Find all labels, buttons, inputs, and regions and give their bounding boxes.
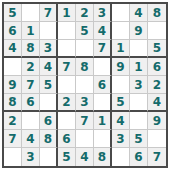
sudoku-cell-r8c1[interactable]: 7 bbox=[4, 130, 22, 148]
sudoku-cell-r3c6[interactable]: 7 bbox=[94, 40, 112, 58]
sudoku-cell-r1c8[interactable]: 4 bbox=[130, 4, 148, 22]
sudoku-cell-r2c8[interactable]: 9 bbox=[130, 22, 148, 40]
sudoku-cell-r7c1[interactable]: 2 bbox=[4, 112, 22, 130]
sudoku-cell-r1c1[interactable]: 5 bbox=[4, 4, 22, 22]
sudoku-cell-r5c8[interactable]: 3 bbox=[130, 76, 148, 94]
sudoku-cell-r7c2[interactable] bbox=[22, 112, 40, 130]
sudoku-cell-r2c3[interactable] bbox=[40, 22, 58, 40]
sudoku-cell-r7c9[interactable]: 9 bbox=[148, 112, 166, 130]
sudoku-cell-r3c3[interactable]: 3 bbox=[40, 40, 58, 58]
sudoku-cell-r2c9[interactable] bbox=[148, 22, 166, 40]
sudoku-cell-r6c7[interactable]: 5 bbox=[112, 94, 130, 112]
sudoku-cell-r6c4[interactable]: 2 bbox=[58, 94, 76, 112]
sudoku-cell-r1c6[interactable]: 3 bbox=[94, 4, 112, 22]
sudoku-cell-r5c7[interactable] bbox=[112, 76, 130, 94]
sudoku-cell-r8c2[interactable]: 4 bbox=[22, 130, 40, 148]
sudoku-cell-r3c2[interactable]: 8 bbox=[22, 40, 40, 58]
sudoku-cell-r1c9[interactable]: 8 bbox=[148, 4, 166, 22]
sudoku-cell-r9c2[interactable]: 3 bbox=[22, 148, 40, 166]
sudoku-cell-r5c1[interactable]: 9 bbox=[4, 76, 22, 94]
sudoku-cell-r3c5[interactable] bbox=[76, 40, 94, 58]
sudoku-cell-r8c5[interactable] bbox=[76, 130, 94, 148]
sudoku-cell-r2c1[interactable]: 6 bbox=[4, 22, 22, 40]
sudoku-cell-r6c6[interactable] bbox=[94, 94, 112, 112]
sudoku-cell-r4c1[interactable] bbox=[4, 58, 22, 76]
sudoku-cell-r3c7[interactable]: 1 bbox=[112, 40, 130, 58]
sudoku-cell-r2c6[interactable]: 4 bbox=[94, 22, 112, 40]
sudoku-cell-r4c6[interactable] bbox=[94, 58, 112, 76]
sudoku-cell-r8c8[interactable]: 5 bbox=[130, 130, 148, 148]
sudoku-cell-r5c5[interactable] bbox=[76, 76, 94, 94]
sudoku-cell-r3c4[interactable] bbox=[58, 40, 76, 58]
sudoku-cell-r9c5[interactable]: 4 bbox=[76, 148, 94, 166]
sudoku-cell-r8c6[interactable] bbox=[94, 130, 112, 148]
sudoku-cell-r9c4[interactable]: 5 bbox=[58, 148, 76, 166]
sudoku-cell-r7c8[interactable] bbox=[130, 112, 148, 130]
sudoku-cell-r6c5[interactable]: 3 bbox=[76, 94, 94, 112]
sudoku-cell-r7c7[interactable]: 4 bbox=[112, 112, 130, 130]
sudoku-cell-r6c8[interactable] bbox=[130, 94, 148, 112]
sudoku-cell-r6c3[interactable] bbox=[40, 94, 58, 112]
sudoku-board: 5712348615494837152478916975632862354267… bbox=[2, 2, 168, 168]
sudoku-cell-r2c4[interactable] bbox=[58, 22, 76, 40]
sudoku-cell-r7c5[interactable]: 7 bbox=[76, 112, 94, 130]
sudoku-cell-r5c2[interactable]: 7 bbox=[22, 76, 40, 94]
sudoku-cell-r7c4[interactable] bbox=[58, 112, 76, 130]
sudoku-cell-r6c2[interactable]: 6 bbox=[22, 94, 40, 112]
sudoku-cell-r9c3[interactable] bbox=[40, 148, 58, 166]
sudoku-page: 5712348615494837152478916975632862354267… bbox=[0, 0, 170, 170]
sudoku-cell-r9c8[interactable]: 6 bbox=[130, 148, 148, 166]
sudoku-cell-r2c7[interactable] bbox=[112, 22, 130, 40]
sudoku-cell-r4c5[interactable]: 8 bbox=[76, 58, 94, 76]
sudoku-cell-r3c1[interactable]: 4 bbox=[4, 40, 22, 58]
sudoku-cell-r4c9[interactable]: 6 bbox=[148, 58, 166, 76]
sudoku-cell-r9c1[interactable] bbox=[4, 148, 22, 166]
sudoku-cell-r1c7[interactable] bbox=[112, 4, 130, 22]
sudoku-cell-r8c3[interactable]: 8 bbox=[40, 130, 58, 148]
sudoku-cell-r9c6[interactable]: 8 bbox=[94, 148, 112, 166]
sudoku-cell-r6c1[interactable]: 8 bbox=[4, 94, 22, 112]
sudoku-cell-r2c5[interactable]: 5 bbox=[76, 22, 94, 40]
sudoku-cell-r1c2[interactable] bbox=[22, 4, 40, 22]
sudoku-cell-r4c8[interactable]: 1 bbox=[130, 58, 148, 76]
sudoku-cell-r3c9[interactable]: 5 bbox=[148, 40, 166, 58]
sudoku-cell-r6c9[interactable]: 4 bbox=[148, 94, 166, 112]
sudoku-cell-r3c8[interactable] bbox=[130, 40, 148, 58]
sudoku-cell-r5c3[interactable]: 5 bbox=[40, 76, 58, 94]
sudoku-cell-r4c2[interactable]: 2 bbox=[22, 58, 40, 76]
sudoku-cell-r5c9[interactable]: 2 bbox=[148, 76, 166, 94]
sudoku-cell-r5c4[interactable] bbox=[58, 76, 76, 94]
sudoku-cell-r9c9[interactable]: 7 bbox=[148, 148, 166, 166]
sudoku-cell-r8c4[interactable]: 6 bbox=[58, 130, 76, 148]
sudoku-cell-r7c3[interactable]: 6 bbox=[40, 112, 58, 130]
sudoku-cell-r8c7[interactable]: 3 bbox=[112, 130, 130, 148]
sudoku-cell-r9c7[interactable] bbox=[112, 148, 130, 166]
sudoku-cell-r2c2[interactable]: 1 bbox=[22, 22, 40, 40]
sudoku-cell-r4c3[interactable]: 4 bbox=[40, 58, 58, 76]
sudoku-cell-r7c6[interactable]: 1 bbox=[94, 112, 112, 130]
sudoku-cell-r1c4[interactable]: 1 bbox=[58, 4, 76, 22]
sudoku-cell-r4c4[interactable]: 7 bbox=[58, 58, 76, 76]
sudoku-cell-r5c6[interactable]: 6 bbox=[94, 76, 112, 94]
sudoku-cell-r8c9[interactable] bbox=[148, 130, 166, 148]
sudoku-cell-r1c5[interactable]: 2 bbox=[76, 4, 94, 22]
sudoku-cell-r1c3[interactable]: 7 bbox=[40, 4, 58, 22]
sudoku-cell-r4c7[interactable]: 9 bbox=[112, 58, 130, 76]
